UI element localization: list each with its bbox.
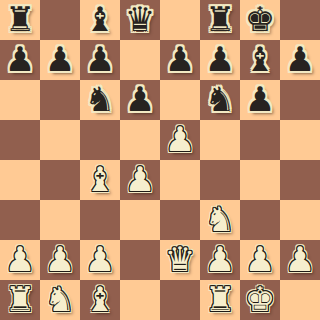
black-pawn-d6[interactable]: ♟ xyxy=(125,82,155,116)
square-f5[interactable] xyxy=(200,120,240,160)
square-a2[interactable]: ♟ xyxy=(0,240,40,280)
square-c6[interactable]: ♞ xyxy=(80,80,120,120)
square-d6[interactable]: ♟ xyxy=(120,80,160,120)
white-bishop-c1[interactable]: ♝ xyxy=(85,282,115,316)
square-b7[interactable]: ♟ xyxy=(40,40,80,80)
white-knight-b1[interactable]: ♞ xyxy=(45,282,75,316)
square-g1[interactable]: ♚ xyxy=(240,280,280,320)
square-d5[interactable] xyxy=(120,120,160,160)
square-f6[interactable]: ♞ xyxy=(200,80,240,120)
square-a5[interactable] xyxy=(0,120,40,160)
white-pawn-a2[interactable]: ♟ xyxy=(5,242,35,276)
black-pawn-g6[interactable]: ♟ xyxy=(245,82,275,116)
white-bishop-c4[interactable]: ♝ xyxy=(85,162,115,196)
white-king-g1[interactable]: ♚ xyxy=(245,282,275,316)
white-queen-e2[interactable]: ♛ xyxy=(165,242,195,276)
black-bishop-c8[interactable]: ♝ xyxy=(85,2,115,36)
white-pawn-e5[interactable]: ♟ xyxy=(165,122,195,156)
black-knight-c6[interactable]: ♞ xyxy=(85,82,115,116)
white-pawn-c2[interactable]: ♟ xyxy=(85,242,115,276)
square-a7[interactable]: ♟ xyxy=(0,40,40,80)
square-e6[interactable] xyxy=(160,80,200,120)
square-a6[interactable] xyxy=(0,80,40,120)
white-rook-f1[interactable]: ♜ xyxy=(205,282,235,316)
square-a3[interactable] xyxy=(0,200,40,240)
square-e8[interactable] xyxy=(160,0,200,40)
square-a8[interactable]: ♜ xyxy=(0,0,40,40)
square-e7[interactable]: ♟ xyxy=(160,40,200,80)
square-d8[interactable]: ♛ xyxy=(120,0,160,40)
square-a4[interactable] xyxy=(0,160,40,200)
square-g5[interactable] xyxy=(240,120,280,160)
square-h1[interactable] xyxy=(280,280,320,320)
square-f7[interactable]: ♟ xyxy=(200,40,240,80)
square-b1[interactable]: ♞ xyxy=(40,280,80,320)
square-b8[interactable] xyxy=(40,0,80,40)
square-b2[interactable]: ♟ xyxy=(40,240,80,280)
black-pawn-b7[interactable]: ♟ xyxy=(45,42,75,76)
square-h5[interactable] xyxy=(280,120,320,160)
black-pawn-e7[interactable]: ♟ xyxy=(165,42,195,76)
white-pawn-b2[interactable]: ♟ xyxy=(45,242,75,276)
square-c1[interactable]: ♝ xyxy=(80,280,120,320)
square-g2[interactable]: ♟ xyxy=(240,240,280,280)
square-a1[interactable]: ♜ xyxy=(0,280,40,320)
square-b4[interactable] xyxy=(40,160,80,200)
square-f4[interactable] xyxy=(200,160,240,200)
chess-board: ♜♝♛♜♚♟♟♟♟♟♝♟♞♟♞♟♟♝♟♞♟♟♟♛♟♟♟♜♞♝♜♚ xyxy=(0,0,320,320)
square-e2[interactable]: ♛ xyxy=(160,240,200,280)
square-f8[interactable]: ♜ xyxy=(200,0,240,40)
square-f3[interactable]: ♞ xyxy=(200,200,240,240)
square-c8[interactable]: ♝ xyxy=(80,0,120,40)
white-pawn-h2[interactable]: ♟ xyxy=(285,242,315,276)
black-pawn-h7[interactable]: ♟ xyxy=(285,42,315,76)
square-g7[interactable]: ♝ xyxy=(240,40,280,80)
black-pawn-f7[interactable]: ♟ xyxy=(205,42,235,76)
square-e5[interactable]: ♟ xyxy=(160,120,200,160)
square-c5[interactable] xyxy=(80,120,120,160)
black-queen-d8[interactable]: ♛ xyxy=(125,2,155,36)
square-h3[interactable] xyxy=(280,200,320,240)
square-d3[interactable] xyxy=(120,200,160,240)
white-pawn-f2[interactable]: ♟ xyxy=(205,242,235,276)
white-pawn-d4[interactable]: ♟ xyxy=(125,162,155,196)
square-d7[interactable] xyxy=(120,40,160,80)
square-g6[interactable]: ♟ xyxy=(240,80,280,120)
black-knight-f6[interactable]: ♞ xyxy=(205,82,235,116)
square-h6[interactable] xyxy=(280,80,320,120)
black-king-g8[interactable]: ♚ xyxy=(245,2,275,36)
square-c3[interactable] xyxy=(80,200,120,240)
square-g3[interactable] xyxy=(240,200,280,240)
square-b6[interactable] xyxy=(40,80,80,120)
square-b5[interactable] xyxy=(40,120,80,160)
square-h7[interactable]: ♟ xyxy=(280,40,320,80)
square-f2[interactable]: ♟ xyxy=(200,240,240,280)
square-f1[interactable]: ♜ xyxy=(200,280,240,320)
square-d4[interactable]: ♟ xyxy=(120,160,160,200)
black-pawn-a7[interactable]: ♟ xyxy=(5,42,35,76)
square-h2[interactable]: ♟ xyxy=(280,240,320,280)
white-rook-a1[interactable]: ♜ xyxy=(5,282,35,316)
square-c2[interactable]: ♟ xyxy=(80,240,120,280)
black-rook-f8[interactable]: ♜ xyxy=(205,2,235,36)
white-pawn-g2[interactable]: ♟ xyxy=(245,242,275,276)
white-knight-f3[interactable]: ♞ xyxy=(205,202,235,236)
square-b3[interactable] xyxy=(40,200,80,240)
square-e3[interactable] xyxy=(160,200,200,240)
square-g8[interactable]: ♚ xyxy=(240,0,280,40)
square-c7[interactable]: ♟ xyxy=(80,40,120,80)
square-e4[interactable] xyxy=(160,160,200,200)
square-c4[interactable]: ♝ xyxy=(80,160,120,200)
square-g4[interactable] xyxy=(240,160,280,200)
black-bishop-g7[interactable]: ♝ xyxy=(245,42,275,76)
square-h8[interactable] xyxy=(280,0,320,40)
square-d2[interactable] xyxy=(120,240,160,280)
square-d1[interactable] xyxy=(120,280,160,320)
black-rook-a8[interactable]: ♜ xyxy=(5,2,35,36)
square-h4[interactable] xyxy=(280,160,320,200)
square-e1[interactable] xyxy=(160,280,200,320)
black-pawn-c7[interactable]: ♟ xyxy=(85,42,115,76)
